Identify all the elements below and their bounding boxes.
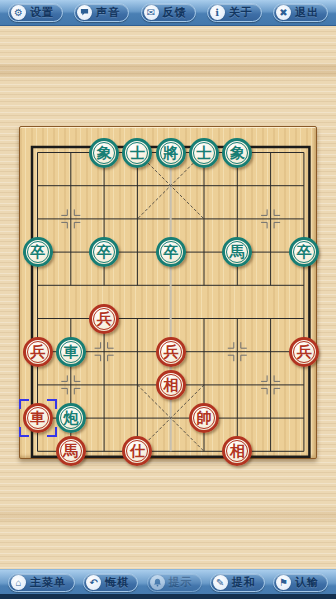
piece-black-車[interactable]: 車 (56, 337, 86, 367)
about-label: 关于 (229, 5, 253, 20)
offer-draw-button[interactable]: ✎ 提和 (210, 573, 265, 592)
undo-move-label: 悔棋 (105, 575, 129, 590)
piece-red-兵[interactable]: 兵 (289, 337, 319, 367)
piece-black-卒[interactable]: 卒 (89, 237, 119, 267)
about-button[interactable]: ℹ 关于 (207, 3, 262, 22)
piece-red-相[interactable]: 相 (156, 370, 186, 400)
bottom-toolbar: ⌂ 主菜单 ↶ 悔棋 提示 ✎ 提和 ⚑ 认输 (0, 569, 336, 599)
piece-red-車[interactable]: 車 (23, 403, 53, 433)
piece-black-象[interactable]: 象 (222, 138, 252, 168)
home-icon: ⌂ (11, 575, 26, 590)
piece-red-帥[interactable]: 帥 (189, 403, 219, 433)
piece-red-兵[interactable]: 兵 (89, 304, 119, 334)
piece-black-卒[interactable]: 卒 (289, 237, 319, 267)
resign-label: 认输 (295, 575, 319, 590)
exit-button[interactable]: ✖ 退出 (273, 3, 328, 22)
piece-red-兵[interactable]: 兵 (156, 337, 186, 367)
bell-icon (150, 575, 165, 590)
piece-black-象[interactable]: 象 (89, 138, 119, 168)
piece-black-將[interactable]: 將 (156, 138, 186, 168)
sound-button[interactable]: 声音 (74, 3, 129, 22)
main-menu-button[interactable]: ⌂ 主菜单 (8, 573, 75, 592)
piece-black-卒[interactable]: 卒 (23, 237, 53, 267)
settings-label: 设置 (30, 5, 54, 20)
piece-red-相[interactable]: 相 (222, 436, 252, 466)
piece-red-馬[interactable]: 馬 (56, 436, 86, 466)
hint-label: 提示 (169, 575, 193, 590)
speech-bubble-icon (77, 5, 92, 20)
feedback-label: 反馈 (163, 5, 187, 20)
hint-button: 提示 (147, 573, 202, 592)
pencil-icon: ✎ (213, 575, 228, 590)
piece-black-炮[interactable]: 炮 (56, 403, 86, 433)
undo-icon: ↶ (86, 575, 101, 590)
undo-move-button[interactable]: ↶ 悔棋 (83, 573, 138, 592)
feedback-button[interactable]: ✉ 反馈 (141, 3, 196, 22)
envelope-icon: ✉ (144, 5, 159, 20)
exit-label: 退出 (295, 5, 319, 20)
resign-button[interactable]: ⚑ 认输 (273, 573, 328, 592)
offer-draw-label: 提和 (232, 575, 256, 590)
piece-black-卒[interactable]: 卒 (156, 237, 186, 267)
piece-black-士[interactable]: 士 (122, 138, 152, 168)
bottom-dark-strip (0, 594, 336, 599)
piece-red-兵[interactable]: 兵 (23, 337, 53, 367)
piece-black-士[interactable]: 士 (189, 138, 219, 168)
settings-button[interactable]: ⚙ 设置 (8, 3, 63, 22)
top-toolbar: ⚙ 设置 声音 ✉ 反馈 ℹ 关于 ✖ 退出 (0, 0, 336, 26)
flag-icon: ⚑ (276, 575, 291, 590)
xiangqi-board[interactable]: 象士將士象卒卒卒馬卒車炮兵兵兵兵相車帥馬仕相 (19, 126, 317, 459)
gear-icon: ⚙ (11, 5, 26, 20)
piece-red-仕[interactable]: 仕 (122, 436, 152, 466)
close-icon: ✖ (276, 5, 291, 20)
main-menu-label: 主菜单 (30, 575, 66, 590)
sound-label: 声音 (96, 5, 120, 20)
info-icon: ℹ (210, 5, 225, 20)
